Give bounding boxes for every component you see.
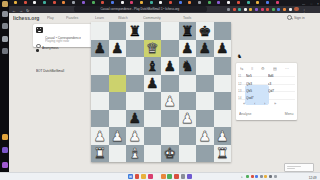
search-icon[interactable]	[287, 15, 292, 20]
windows-taskbar: ⊞ ^ 12:49 13/05/2025	[0, 172, 320, 180]
extension-icon[interactable]	[289, 8, 292, 11]
board-square[interactable]	[196, 57, 214, 75]
browser-tab[interactable]	[62, 1, 65, 4]
extension-icon[interactable]	[227, 8, 230, 11]
nav-item-tools[interactable]: Tools	[183, 16, 191, 20]
next-move-button[interactable]: ›	[264, 101, 265, 106]
taskbar-app-icon[interactable]	[141, 174, 146, 179]
board-square[interactable]: ♟	[91, 40, 109, 58]
address-bar[interactable]: Casual correspondence - Play DutchBotSma…	[74, 6, 207, 11]
board-square[interactable]	[109, 110, 127, 128]
nav-item-community[interactable]: Community	[143, 16, 161, 20]
board-square[interactable]	[126, 57, 144, 75]
extension-icon[interactable]	[261, 8, 264, 11]
board-square[interactable]	[161, 75, 179, 93]
analyse-link[interactable]: Analyse	[239, 111, 251, 115]
board-square[interactable]	[179, 75, 197, 93]
taskbar-app-icon[interactable]	[154, 174, 159, 179]
browser-menu-icon[interactable]: ⋮	[302, 8, 306, 13]
tab-strip-favicons	[14, 1, 279, 4]
tray-icon[interactable]	[269, 175, 272, 178]
taskbar-app-icon[interactable]	[135, 174, 140, 179]
white-pawn[interactable]: ♟	[181, 111, 194, 125]
board-square[interactable]: ♜	[214, 145, 232, 163]
forward-icon[interactable]: →	[19, 8, 23, 13]
white-pawn[interactable]: ♟	[128, 129, 141, 143]
tray-icon[interactable]	[274, 175, 277, 178]
first-move-button[interactable]: «	[243, 101, 245, 106]
board-square[interactable]: ♟	[91, 127, 109, 145]
black-pawn[interactable]: ♟	[93, 41, 106, 55]
white-rook[interactable]: ♜	[93, 146, 106, 160]
nav-item-watch[interactable]: Watch	[118, 16, 128, 20]
board-square[interactable]: ♝	[126, 145, 144, 163]
reload-icon[interactable]: ↻	[26, 8, 29, 13]
board-square[interactable]	[109, 92, 127, 110]
close-button[interactable]: ×	[317, 1, 319, 4]
tray-icon[interactable]	[246, 175, 249, 178]
browser-tab[interactable]	[227, 1, 230, 4]
extension-icon[interactable]	[255, 8, 258, 11]
dock-icon[interactable]	[2, 162, 8, 168]
dock-icon[interactable]	[2, 36, 8, 42]
board-square[interactable]: ♟	[126, 110, 144, 128]
browser-tab[interactable]	[14, 1, 17, 4]
board-square[interactable]: ♟	[179, 40, 197, 58]
white-pawn[interactable]: ♟	[216, 129, 229, 143]
browser-tab[interactable]	[33, 1, 36, 4]
board-square[interactable]	[144, 110, 162, 128]
browser-tab[interactable]	[198, 1, 201, 4]
clock-time: 12:49	[309, 177, 317, 179]
browser-tab[interactable]	[101, 1, 104, 4]
address-bar-title: Casual correspondence - Play DutchBotSma…	[101, 8, 180, 11]
extension-icon[interactable]	[233, 8, 236, 11]
black-rook[interactable]: ♜	[181, 24, 194, 38]
profile-avatar[interactable]	[294, 7, 299, 12]
tray-icon[interactable]	[255, 175, 258, 178]
black-rook[interactable]: ♜	[128, 24, 141, 38]
dock-icon[interactable]	[2, 147, 8, 153]
dock-icon[interactable]	[2, 1, 8, 7]
board-square[interactable]: ♚	[161, 145, 179, 163]
board-square[interactable]: ♟	[144, 75, 162, 93]
board-square[interactable]	[144, 22, 162, 40]
minimize-button[interactable]: —	[302, 1, 305, 4]
browser-tab[interactable]	[121, 1, 124, 4]
board-square[interactable]: ♟	[161, 92, 179, 110]
tray-caret-icon[interactable]: ^	[241, 176, 242, 179]
dock-icon[interactable]	[2, 11, 8, 17]
extension-icons	[227, 8, 292, 11]
white-pawn[interactable]: ♟	[93, 129, 106, 143]
board-square[interactable]	[179, 127, 197, 145]
game-info-card: Casual • Correspondence Playing right no…	[33, 24, 92, 47]
taskbar-app-icon[interactable]	[167, 174, 172, 179]
board-square[interactable]	[91, 22, 109, 40]
dock-icon[interactable]	[2, 48, 8, 54]
board-square[interactable]: ♜	[126, 22, 144, 40]
browser-tab[interactable]	[276, 1, 279, 4]
extension-icon[interactable]	[272, 8, 275, 11]
white-rook[interactable]: ♜	[216, 146, 229, 160]
board-square[interactable]	[214, 92, 232, 110]
extension-icon[interactable]	[238, 8, 241, 11]
board-square[interactable]	[91, 92, 109, 110]
browser-tab[interactable]	[256, 1, 259, 4]
nav-item-play[interactable]: Play	[47, 16, 54, 20]
board-square[interactable]	[179, 92, 197, 110]
board-square[interactable]	[144, 145, 162, 163]
board-square[interactable]	[214, 110, 232, 128]
system-tray	[246, 175, 277, 178]
white-pawn[interactable]: ♟	[111, 129, 124, 143]
browser-tab[interactable]	[159, 1, 162, 4]
white-bishop[interactable]: ♝	[128, 146, 141, 160]
board-square[interactable]	[126, 92, 144, 110]
extension-icon[interactable]	[249, 8, 252, 11]
black-player-dot	[36, 49, 39, 52]
board-square[interactable]	[161, 127, 179, 145]
browser-tab[interactable]	[266, 1, 269, 4]
last-move-button[interactable]: »	[274, 101, 276, 106]
maximize-button[interactable]: □	[310, 1, 312, 4]
board-square[interactable]	[109, 57, 127, 75]
board-square[interactable]: ♟	[126, 127, 144, 145]
left-dock	[0, 0, 9, 173]
browser-tab[interactable]	[237, 1, 240, 4]
browser-tab[interactable]	[43, 1, 46, 4]
board-square[interactable]	[161, 110, 179, 128]
board-square[interactable]: ♟	[196, 127, 214, 145]
bottom-right-toast	[284, 163, 314, 172]
black-bishop[interactable]: ♝	[146, 59, 159, 73]
taskbar-app-icon[interactable]	[174, 174, 179, 179]
extension-icon[interactable]	[277, 8, 280, 11]
taskbar-app-icon[interactable]	[187, 174, 192, 179]
taskbar-app-icon[interactable]	[181, 174, 186, 179]
board-square[interactable]: ♟	[214, 127, 232, 145]
black-player-name: BOT DutchBotSmall	[36, 69, 64, 72]
site-nav: PlayPuzzlesLearnWatchCommunityTools	[47, 14, 199, 21]
board-square[interactable]: ♟	[161, 57, 179, 75]
board-square[interactable]: ♟	[109, 40, 127, 58]
black-pawn[interactable]: ♟	[146, 76, 159, 90]
browser-toolbar: ← → ↻ Casual correspondence - Play Dutch…	[9, 6, 320, 13]
tray-icon[interactable]	[264, 175, 267, 178]
board-square[interactable]	[196, 92, 214, 110]
board-square[interactable]	[161, 22, 179, 40]
black-pawn[interactable]: ♟	[111, 41, 124, 55]
tray-icon[interactable]	[260, 175, 263, 178]
board-square[interactable]: ♟	[196, 40, 214, 58]
browser-tab[interactable]	[150, 1, 153, 4]
board-square[interactable]	[196, 110, 214, 128]
black-pawn[interactable]: ♟	[163, 59, 176, 73]
browser-tab[interactable]	[179, 1, 182, 4]
site-logo[interactable]: lichess.org	[13, 15, 39, 21]
replay-controls: «‹›»	[243, 99, 278, 108]
board-square[interactable]: ♟	[179, 110, 197, 128]
black-pawn[interactable]: ♟	[128, 111, 141, 125]
back-icon[interactable]: ←	[12, 8, 16, 13]
board-square[interactable]: ♚	[196, 22, 214, 40]
start-button[interactable]: ⊞	[128, 174, 133, 179]
browser-tab[interactable]	[24, 1, 27, 4]
browser-tab[interactable]	[72, 1, 75, 4]
nav-item-puzzles[interactable]: Puzzles	[66, 16, 78, 20]
dock-icon[interactable]	[2, 23, 8, 29]
panel-menu-link[interactable]: Menu	[285, 111, 294, 115]
tray-icon[interactable]	[251, 175, 254, 178]
board-square[interactable]	[91, 75, 109, 93]
browser-tab[interactable]	[247, 1, 250, 4]
browser-tab[interactable]	[111, 1, 114, 4]
board-square[interactable]	[109, 75, 127, 93]
board-square[interactable]: ♟	[109, 127, 127, 145]
board-square[interactable]	[109, 22, 127, 40]
extension-icon[interactable]	[266, 8, 269, 11]
black-knight[interactable]: ♞	[181, 59, 194, 73]
board-square[interactable]: ♜	[91, 145, 109, 163]
move-list: 11Ne5Bd612Qb3c313Qb5Qd714Qxd7	[238, 70, 295, 100]
board-square[interactable]	[91, 110, 109, 128]
taskbar-app-icon[interactable]	[161, 174, 166, 179]
board-square[interactable]: ♞	[179, 57, 197, 75]
browser-tab[interactable]	[130, 1, 133, 4]
browser-tab[interactable]	[140, 1, 143, 4]
board-square[interactable]	[214, 57, 232, 75]
black-pawn[interactable]: ♟	[181, 41, 194, 55]
board-square[interactable]	[179, 145, 197, 163]
board-square[interactable]: ♟	[214, 40, 232, 58]
board-square[interactable]: ♛	[144, 40, 162, 58]
board-square[interactable]	[144, 127, 162, 145]
board-square[interactable]: ♜	[179, 22, 197, 40]
board-square[interactable]	[161, 40, 179, 58]
browser-tab[interactable]	[82, 1, 85, 4]
nav-item-learn[interactable]: Learn	[95, 16, 104, 20]
white-pawn[interactable]: ♟	[198, 129, 211, 143]
board-square[interactable]	[144, 92, 162, 110]
board-square[interactable]	[196, 75, 214, 93]
engine-icon	[36, 27, 43, 34]
board-square[interactable]	[126, 40, 144, 58]
prev-move-button[interactable]: ‹	[254, 101, 255, 106]
white-pawn[interactable]: ♟	[163, 94, 176, 108]
browser-tab[interactable]	[169, 1, 172, 4]
black-pawn[interactable]: ♟	[198, 41, 211, 55]
browser-tab[interactable]	[53, 1, 56, 4]
extension-icon[interactable]	[244, 8, 247, 11]
browser-tab[interactable]	[92, 1, 95, 4]
white-queen[interactable]: ♛	[146, 41, 159, 55]
move-panel: ⇆≡⚙▤⋯ 11Ne5Bd612Qb3c313Qb5Qd714Qxd7 «‹›»…	[236, 63, 297, 120]
board-square[interactable]	[126, 75, 144, 93]
board-square[interactable]	[109, 145, 127, 163]
white-king[interactable]: ♚	[163, 146, 176, 160]
browser-tab[interactable]	[208, 1, 211, 4]
black-king[interactable]: ♚	[198, 24, 211, 38]
board-square[interactable]	[91, 57, 109, 75]
browser-tab[interactable]	[217, 1, 220, 4]
sign-in-link[interactable]: Sign in	[294, 16, 305, 20]
taskbar-app-icon[interactable]	[148, 174, 153, 179]
board-square[interactable]	[214, 75, 232, 93]
extension-icon[interactable]	[283, 8, 286, 11]
board-square[interactable]	[214, 22, 232, 40]
board-square[interactable]	[196, 145, 214, 163]
black-pawn[interactable]: ♟	[216, 41, 229, 55]
dock-icon[interactable]	[2, 134, 8, 140]
board-square[interactable]: ♝	[144, 57, 162, 75]
chess-board[interactable]: ♜♜♚♟♟♛♟♟♟♝♟♞♟♟♟♟♟♟♟♟♟♜♝♚♜	[91, 22, 231, 162]
taskbar-clock[interactable]: 12:49 13/05/2025	[282, 173, 317, 180]
browser-tab[interactable]	[188, 1, 191, 4]
